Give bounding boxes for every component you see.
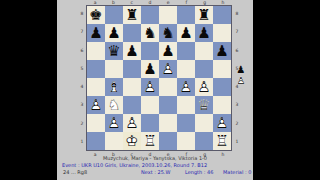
square-c2[interactable]: ♟♙ — [123, 114, 141, 132]
square-e2[interactable] — [159, 114, 177, 132]
piece-wn: ♞♘ — [105, 96, 123, 114]
square-d3[interactable] — [141, 96, 159, 114]
rank-label-8: 8 — [79, 5, 85, 23]
rank-label-4: 4 — [79, 78, 85, 96]
square-f5[interactable] — [177, 60, 195, 78]
rank-label-3: 3 — [79, 96, 85, 114]
square-h7[interactable] — [213, 24, 231, 42]
video-frame: abcdefgh 87654321 ♚♜♜♟♟♞♞♟♟♛♟♟♟♟♟♙♝♗♟♙♟♙… — [0, 0, 320, 180]
piece-wq: ♛♕ — [195, 96, 213, 114]
square-h3[interactable] — [213, 96, 231, 114]
piece-br: ♜ — [123, 6, 141, 24]
square-e7[interactable]: ♞ — [159, 24, 177, 42]
piece-br: ♜ — [195, 6, 213, 24]
rank-label-1: 1 — [234, 133, 240, 151]
square-f3[interactable] — [177, 96, 195, 114]
square-b3[interactable]: ♞♘ — [105, 96, 123, 114]
chess-app-window: abcdefgh 87654321 ♚♜♜♟♟♞♞♟♟♛♟♟♟♟♟♙♝♗♟♙♟♙… — [57, 0, 253, 180]
square-b2[interactable]: ♟♙ — [105, 114, 123, 132]
players-caption: Muzychuk, Mariya - Yanytska, Viktoria 1-… — [57, 155, 253, 161]
piece-bp: ♟ — [177, 24, 195, 42]
square-e3[interactable] — [159, 96, 177, 114]
square-c8[interactable]: ♜ — [123, 6, 141, 24]
piece-bp: ♟ — [235, 64, 247, 75]
piece-bp: ♟ — [141, 60, 159, 78]
square-e8[interactable] — [159, 6, 177, 24]
piece-wp: ♟♙ — [235, 75, 247, 86]
square-d4[interactable]: ♟♙ — [141, 78, 159, 96]
square-h2[interactable]: ♟♙ — [213, 114, 231, 132]
rank-label-2: 2 — [234, 115, 240, 133]
square-d8[interactable] — [141, 6, 159, 24]
square-g1[interactable] — [195, 132, 213, 150]
square-a4[interactable] — [87, 78, 105, 96]
square-c5[interactable] — [123, 60, 141, 78]
status-bar: 24 ... Rg8 Next : 25.W Length : 46 Mater… — [57, 169, 253, 176]
square-f4[interactable]: ♟♙ — [177, 78, 195, 96]
square-b8[interactable] — [105, 6, 123, 24]
square-f7[interactable]: ♟ — [177, 24, 195, 42]
square-e6[interactable]: ♟ — [159, 42, 177, 60]
piece-bn: ♞ — [141, 24, 159, 42]
piece-wp: ♟♙ — [195, 78, 213, 96]
square-e5[interactable]: ♟♙ — [159, 60, 177, 78]
square-d2[interactable] — [141, 114, 159, 132]
square-e1[interactable] — [159, 132, 177, 150]
square-b4[interactable]: ♝♗ — [105, 78, 123, 96]
rank-label-1: 1 — [79, 133, 85, 151]
square-g3[interactable]: ♛♕ — [195, 96, 213, 114]
square-d1[interactable]: ♜♖ — [141, 132, 159, 150]
square-a1[interactable] — [87, 132, 105, 150]
square-d7[interactable]: ♞ — [141, 24, 159, 42]
square-f8[interactable] — [177, 6, 195, 24]
square-a8[interactable]: ♚ — [87, 6, 105, 24]
square-b5[interactable] — [105, 60, 123, 78]
square-h6[interactable]: ♟ — [213, 42, 231, 60]
game-length-text: Length : 46 — [185, 169, 213, 175]
square-d5[interactable]: ♟ — [141, 60, 159, 78]
material-balance-text: Material : 0 — [223, 169, 251, 175]
square-f2[interactable] — [177, 114, 195, 132]
piece-bk: ♚ — [87, 6, 105, 24]
square-g6[interactable] — [195, 42, 213, 60]
square-g7[interactable]: ♟ — [195, 24, 213, 42]
square-b6[interactable]: ♛ — [105, 42, 123, 60]
square-a6[interactable] — [87, 42, 105, 60]
piece-wp: ♟♙ — [123, 114, 141, 132]
square-f6[interactable] — [177, 42, 195, 60]
piece-wp: ♟♙ — [177, 78, 195, 96]
rank-label-7: 7 — [234, 23, 240, 41]
rank-labels-left: 87654321 — [79, 5, 85, 151]
square-h5[interactable] — [213, 60, 231, 78]
square-g4[interactable]: ♟♙ — [195, 78, 213, 96]
square-c3[interactable] — [123, 96, 141, 114]
piece-bn: ♞ — [159, 24, 177, 42]
square-h4[interactable] — [213, 78, 231, 96]
square-b7[interactable]: ♟ — [105, 24, 123, 42]
square-a7[interactable]: ♟ — [87, 24, 105, 42]
piece-wk: ♚♔ — [123, 132, 141, 150]
square-a2[interactable] — [87, 114, 105, 132]
rank-label-2: 2 — [79, 115, 85, 133]
piece-wp: ♟♙ — [87, 96, 105, 114]
piece-bp: ♟ — [123, 42, 141, 60]
piece-bp: ♟ — [105, 24, 123, 42]
piece-bp: ♟ — [159, 42, 177, 60]
square-c7[interactable] — [123, 24, 141, 42]
square-c4[interactable] — [123, 78, 141, 96]
square-f1[interactable] — [177, 132, 195, 150]
square-g2[interactable] — [195, 114, 213, 132]
piece-wr: ♜♖ — [141, 132, 159, 150]
chess-board[interactable]: ♚♜♜♟♟♞♞♟♟♛♟♟♟♟♟♙♝♗♟♙♟♙♟♙♟♙♞♘♛♕♟♙♟♙♟♙♚♔♜♖… — [86, 5, 232, 151]
piece-wr: ♜♖ — [213, 132, 231, 150]
piece-wp: ♟♙ — [213, 114, 231, 132]
piece-wp: ♟♙ — [105, 114, 123, 132]
next-move-text: Next : 25.W — [141, 169, 170, 175]
square-d6[interactable] — [141, 42, 159, 60]
rank-label-3: 3 — [234, 96, 240, 114]
square-g5[interactable] — [195, 60, 213, 78]
rank-label-6: 6 — [234, 42, 240, 60]
event-caption: Event : UKR U10 Girls, Ukraine, 2003.10.… — [62, 162, 252, 168]
rank-label-8: 8 — [234, 5, 240, 23]
piece-bp: ♟ — [87, 24, 105, 42]
rank-label-5: 5 — [79, 60, 85, 78]
piece-bq: ♛ — [105, 42, 123, 60]
piece-wb: ♝♗ — [105, 78, 123, 96]
square-e4[interactable] — [159, 78, 177, 96]
rank-label-7: 7 — [79, 23, 85, 41]
piece-bp: ♟ — [213, 42, 231, 60]
square-c6[interactable]: ♟ — [123, 42, 141, 60]
square-c1[interactable]: ♚♔ — [123, 132, 141, 150]
material-tray: ♟♟♙ — [234, 64, 248, 86]
current-move-text: 24 ... Rg8 — [63, 169, 87, 175]
piece-bp: ♟ — [195, 24, 213, 42]
piece-wp: ♟♙ — [159, 60, 177, 78]
square-b1[interactable] — [105, 132, 123, 150]
square-a3[interactable]: ♟♙ — [87, 96, 105, 114]
square-g8[interactable]: ♜ — [195, 6, 213, 24]
rank-label-6: 6 — [79, 42, 85, 60]
square-h1[interactable]: ♜♖ — [213, 132, 231, 150]
piece-wp: ♟♙ — [141, 78, 159, 96]
square-h8[interactable] — [213, 6, 231, 24]
square-a5[interactable] — [87, 60, 105, 78]
